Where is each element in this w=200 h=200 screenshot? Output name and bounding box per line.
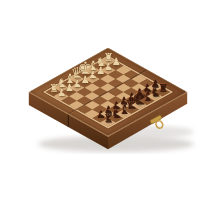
chessboard: ♜♞♝♛♚♝♞♜♟♟♟♟♟♟♟♟♟♟♟♟♟♟♟♟♜♞♝♛♚♝♞♜ <box>29 48 187 137</box>
piece-black-rook[interactable]: ♜ <box>158 83 168 94</box>
chessboard-wrap: ♜♞♝♛♚♝♞♜♟♟♟♟♟♟♟♟♟♟♟♟♟♟♟♟♜♞♝♛♚♝♞♜ <box>52 61 164 124</box>
board-squares: ♜♞♝♛♚♝♞♜♟♟♟♟♟♟♟♟♟♟♟♟♟♟♟♟♜♞♝♛♚♝♞♜ <box>43 56 173 129</box>
product-photo-stage: ♜♞♝♛♚♝♞♜♟♟♟♟♟♟♟♟♟♟♟♟♟♟♟♟♜♞♝♛♚♝♞♜ <box>0 0 200 200</box>
piece-white-pawn[interactable]: ♟ <box>111 57 120 67</box>
